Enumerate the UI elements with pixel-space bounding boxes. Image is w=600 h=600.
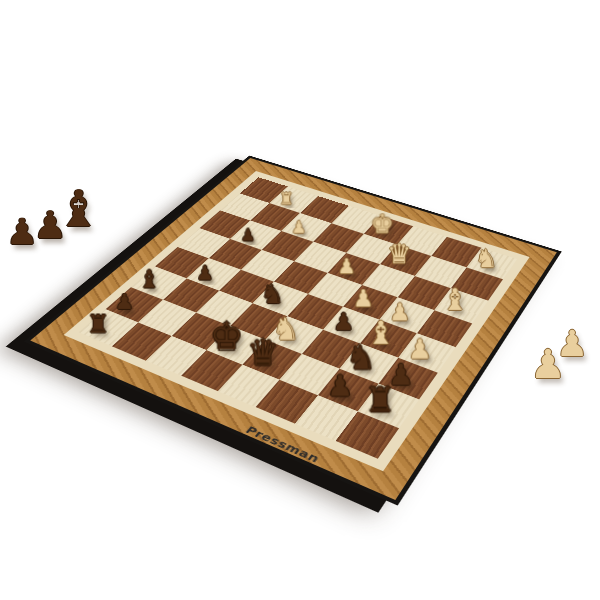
black-pawn-f5[interactable]: ♟ bbox=[333, 311, 355, 334]
black-pawn-b5[interactable]: ♟ bbox=[196, 264, 214, 283]
black-king-d7[interactable]: ♚ bbox=[210, 319, 244, 355]
white-queen-f2[interactable]: ♛ bbox=[387, 242, 411, 268]
black-pawn-b3[interactable]: ♟ bbox=[240, 226, 255, 242]
white-knight-h1[interactable]: ♞ bbox=[475, 247, 498, 271]
black-queen-e7[interactable]: ♛ bbox=[247, 335, 279, 369]
board-wood-frame: ♜♚♞♟♛♟♟♝♟♟♟♞♟♝♟♝♞♞♟♟♚♛♟♜♜ Pressman bbox=[30, 158, 557, 500]
chess-scene: ♜♚♞♟♛♟♟♝♟♟♟♞♟♝♟♝♞♞♟♟♚♛♟♜♜ Pressman bbox=[0, 0, 600, 600]
white-pawn-c2[interactable]: ♟ bbox=[292, 219, 307, 235]
black-rook-a8[interactable]: ♜ bbox=[87, 313, 110, 337]
black-pawn-a7[interactable]: ♟ bbox=[115, 293, 134, 313]
square-a7[interactable]: ♟ bbox=[106, 287, 163, 322]
white-pawn-e3[interactable]: ♟ bbox=[337, 257, 355, 277]
black-pawn-g7[interactable]: ♟ bbox=[327, 373, 353, 401]
white-king-e1[interactable]: ♚ bbox=[370, 213, 393, 238]
square-e8[interactable] bbox=[218, 365, 280, 407]
captured-black-bishop[interactable]: ♝ bbox=[56, 184, 101, 234]
board-perspective-wrap: ♜♚♞♟♛♟♟♝♟♟♟♞♟♝♟♝♞♞♟♟♚♛♟♜♜ Pressman bbox=[24, 156, 562, 506]
captured-white-pawn[interactable]: ♟ bbox=[530, 344, 566, 384]
chess-board: ♜♚♞♟♛♟♟♝♟♟♟♞♟♝♟♝♞♞♟♟♚♛♟♜♜ Pressman bbox=[24, 156, 562, 506]
white-pawn-f4[interactable]: ♟ bbox=[352, 289, 373, 311]
white-bishop-h3[interactable]: ♝ bbox=[441, 286, 468, 314]
black-bishop-a6[interactable]: ♝ bbox=[138, 268, 160, 292]
square-h1[interactable]: ♞ bbox=[467, 248, 518, 280]
board-cream-border: ♜♚♞♟♛♟♟♝♟♟♟♞♟♝♟♝♞♞♟♟♚♛♟♜♜ bbox=[64, 171, 530, 471]
white-rook-b1[interactable]: ♜ bbox=[279, 191, 293, 206]
black-rook-h7[interactable]: ♜ bbox=[365, 384, 396, 417]
photo-stage: ♜♚♞♟♛♟♟♝♟♟♟♞♟♝♟♝♞♞♟♟♚♛♟♜♜ Pressman ♟♟♝♟♟ bbox=[0, 0, 600, 600]
board-grid: ♜♚♞♟♛♟♟♝♟♟♟♞♟♝♟♝♞♞♟♟♚♛♟♜♜ bbox=[79, 177, 517, 458]
black-knight-d5[interactable]: ♞ bbox=[260, 282, 284, 307]
